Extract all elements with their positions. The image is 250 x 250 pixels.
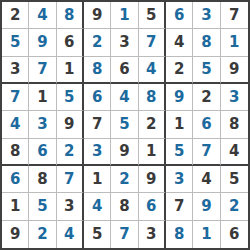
cell-r5c1[interactable]: 4 xyxy=(2,111,29,138)
cell-r8c6[interactable]: 6 xyxy=(139,193,166,220)
cell-r2c4[interactable]: 2 xyxy=(84,29,111,56)
cell-r8c7[interactable]: 7 xyxy=(166,193,193,220)
cell-r4c8[interactable]: 2 xyxy=(193,84,220,111)
cell-r7c3[interactable]: 7 xyxy=(57,166,84,193)
cell-r5c6[interactable]: 2 xyxy=(139,111,166,138)
cell-r7c4[interactable]: 1 xyxy=(84,166,111,193)
cell-r2c6[interactable]: 7 xyxy=(139,29,166,56)
cell-r1c6[interactable]: 5 xyxy=(139,2,166,29)
cell-r4c3[interactable]: 5 xyxy=(57,84,84,111)
cell-r1c2[interactable]: 4 xyxy=(29,2,56,29)
cell-r5c7[interactable]: 1 xyxy=(166,111,193,138)
cell-r8c5[interactable]: 8 xyxy=(111,193,138,220)
cell-r3c3[interactable]: 1 xyxy=(57,57,84,84)
cell-r4c5[interactable]: 4 xyxy=(111,84,138,111)
cell-r6c4[interactable]: 3 xyxy=(84,139,111,166)
cell-r2c9[interactable]: 1 xyxy=(221,29,248,56)
cell-r6c3[interactable]: 2 xyxy=(57,139,84,166)
cell-r5c8[interactable]: 6 xyxy=(193,111,220,138)
cell-r7c7[interactable]: 3 xyxy=(166,166,193,193)
cell-r9c3[interactable]: 4 xyxy=(57,221,84,248)
cell-r2c7[interactable]: 4 xyxy=(166,29,193,56)
cell-r1c8[interactable]: 3 xyxy=(193,2,220,29)
cell-r4c4[interactable]: 6 xyxy=(84,84,111,111)
cell-r1c1[interactable]: 2 xyxy=(2,2,29,29)
cell-r5c2[interactable]: 3 xyxy=(29,111,56,138)
cell-r5c4[interactable]: 7 xyxy=(84,111,111,138)
cell-r6c5[interactable]: 9 xyxy=(111,139,138,166)
cell-r3c1[interactable]: 3 xyxy=(2,57,29,84)
cell-r2c5[interactable]: 3 xyxy=(111,29,138,56)
cell-r1c4[interactable]: 9 xyxy=(84,2,111,29)
cell-r9c7[interactable]: 8 xyxy=(166,221,193,248)
cell-r6c9[interactable]: 4 xyxy=(221,139,248,166)
cell-r3c6[interactable]: 4 xyxy=(139,57,166,84)
cell-r9c4[interactable]: 5 xyxy=(84,221,111,248)
cell-r6c6[interactable]: 1 xyxy=(139,139,166,166)
cell-r7c9[interactable]: 5 xyxy=(221,166,248,193)
cell-r5c5[interactable]: 5 xyxy=(111,111,138,138)
cell-r4c6[interactable]: 8 xyxy=(139,84,166,111)
cell-r6c8[interactable]: 7 xyxy=(193,139,220,166)
cell-r7c2[interactable]: 8 xyxy=(29,166,56,193)
cell-r3c9[interactable]: 9 xyxy=(221,57,248,84)
cell-r5c9[interactable]: 8 xyxy=(221,111,248,138)
cell-r3c4[interactable]: 8 xyxy=(84,57,111,84)
cell-r1c9[interactable]: 7 xyxy=(221,2,248,29)
cell-r7c8[interactable]: 4 xyxy=(193,166,220,193)
cell-r1c5[interactable]: 1 xyxy=(111,2,138,29)
cell-r6c2[interactable]: 6 xyxy=(29,139,56,166)
cell-r8c1[interactable]: 1 xyxy=(2,193,29,220)
cell-r9c9[interactable]: 6 xyxy=(221,221,248,248)
cell-r8c2[interactable]: 5 xyxy=(29,193,56,220)
cell-r8c3[interactable]: 3 xyxy=(57,193,84,220)
cell-r3c5[interactable]: 6 xyxy=(111,57,138,84)
cell-r9c5[interactable]: 7 xyxy=(111,221,138,248)
cell-r7c1[interactable]: 6 xyxy=(2,166,29,193)
sudoku-board: 2489156375962374813718642597156489234397… xyxy=(0,0,250,250)
cell-r4c2[interactable]: 1 xyxy=(29,84,56,111)
cell-r6c1[interactable]: 8 xyxy=(2,139,29,166)
cell-r7c5[interactable]: 2 xyxy=(111,166,138,193)
cell-r4c7[interactable]: 9 xyxy=(166,84,193,111)
cell-r5c3[interactable]: 9 xyxy=(57,111,84,138)
cell-r1c3[interactable]: 8 xyxy=(57,2,84,29)
cell-r3c7[interactable]: 2 xyxy=(166,57,193,84)
cell-r4c1[interactable]: 7 xyxy=(2,84,29,111)
cell-r3c8[interactable]: 5 xyxy=(193,57,220,84)
cell-r7c6[interactable]: 9 xyxy=(139,166,166,193)
cell-r2c3[interactable]: 6 xyxy=(57,29,84,56)
cell-r8c4[interactable]: 4 xyxy=(84,193,111,220)
cell-r2c1[interactable]: 5 xyxy=(2,29,29,56)
cell-r1c7[interactable]: 6 xyxy=(166,2,193,29)
cell-r9c1[interactable]: 9 xyxy=(2,221,29,248)
cell-r2c8[interactable]: 8 xyxy=(193,29,220,56)
cell-r3c2[interactable]: 7 xyxy=(29,57,56,84)
cell-r4c9[interactable]: 3 xyxy=(221,84,248,111)
cell-r2c2[interactable]: 9 xyxy=(29,29,56,56)
cell-r9c2[interactable]: 2 xyxy=(29,221,56,248)
cell-r8c8[interactable]: 9 xyxy=(193,193,220,220)
cell-r9c8[interactable]: 1 xyxy=(193,221,220,248)
cell-r9c6[interactable]: 3 xyxy=(139,221,166,248)
cell-r6c7[interactable]: 5 xyxy=(166,139,193,166)
cell-r8c9[interactable]: 2 xyxy=(221,193,248,220)
